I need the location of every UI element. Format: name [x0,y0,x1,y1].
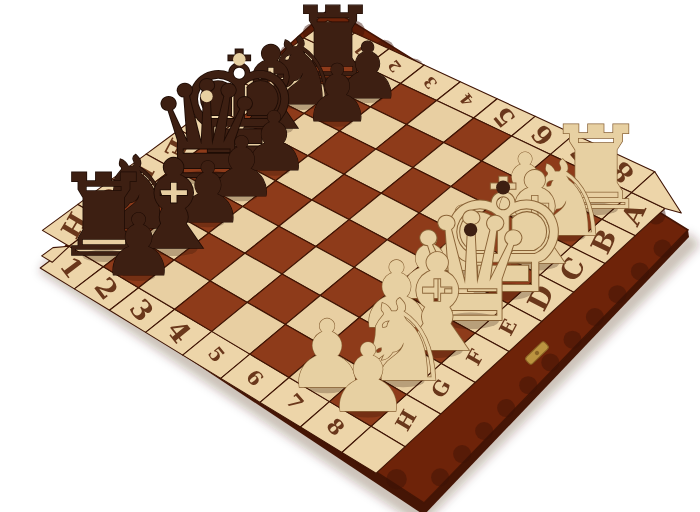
finial-ball [201,90,213,102]
rim-carving [564,331,582,349]
piece-dark-pawn-h2: ♟ [100,196,177,295]
piece-light-pawn-h8: ♟ [326,323,411,433]
rim-carving [541,353,559,371]
rim-carving [386,469,406,489]
piece-glyph: ♟ [100,196,177,295]
piece-glyph: ♟ [326,323,411,433]
rim-carving [608,285,626,303]
rim-carving [453,445,471,463]
rim-carving [519,376,537,394]
rim-carving [431,468,449,486]
chess-set-photo: 1122334455667788AABBCCDDEEFFGGHH♜♟♞♟♝♚♟♛… [0,0,700,512]
board-svg: 1122334455667788AABBCCDDEEFFGGHH♜♟♞♟♝♚♟♛… [0,0,700,512]
rim-carving [475,422,493,440]
rim-carving [631,262,649,280]
rim-carving [586,308,604,326]
rim-carving [654,240,672,258]
rim-carving [497,399,515,417]
